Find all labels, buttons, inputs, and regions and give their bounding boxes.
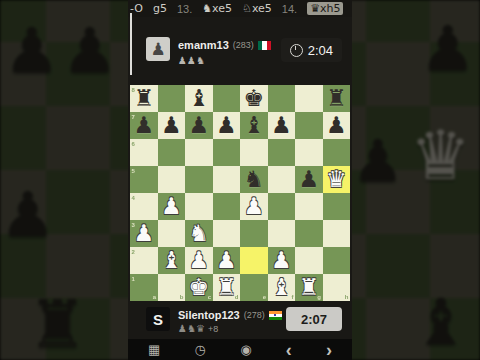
square-b4[interactable]: ♟ (158, 193, 186, 220)
square-c2[interactable]: ♟ (185, 247, 213, 274)
square-g6[interactable] (295, 139, 323, 166)
square-a2[interactable]: 2 (130, 247, 158, 274)
piece-white-rook-g1[interactable]: ♜ (298, 276, 319, 299)
square-f5[interactable] (268, 166, 296, 193)
rank-label: 8 (132, 87, 135, 93)
piece-white-bishop-f1[interactable]: ♝ (271, 276, 292, 299)
piece-white-pawn-c2[interactable]: ♟ (188, 249, 209, 272)
square-d5[interactable] (213, 166, 241, 193)
square-b1[interactable]: b (158, 274, 186, 301)
piece-black-pawn-f7[interactable]: ♟ (271, 114, 292, 137)
top-player-name[interactable]: emanm13 (178, 39, 229, 51)
square-a5[interactable]: 5 (130, 166, 158, 193)
bottom-player-clock: 2:07 (286, 307, 342, 331)
square-a6[interactable]: 6 (130, 139, 158, 166)
bottom-player-rating: (278) (244, 310, 265, 320)
file-label: h (345, 294, 349, 300)
square-h7[interactable]: ♟ (323, 112, 351, 139)
piece-white-queen-h5[interactable]: ♛ (326, 168, 347, 191)
rank-label: 7 (132, 114, 135, 120)
piece-white-pawn-f2[interactable]: ♟ (271, 249, 292, 272)
square-b5[interactable] (158, 166, 186, 193)
square-g1[interactable]: g♜ (295, 274, 323, 301)
square-g7[interactable] (295, 112, 323, 139)
piece-white-knight-c3[interactable]: ♞ (188, 222, 209, 245)
piece-white-king-c1[interactable]: ♚ (188, 276, 209, 299)
square-d8[interactable] (213, 85, 241, 112)
rank-label: 3 (132, 222, 135, 228)
square-c4[interactable] (185, 193, 213, 220)
square-a8[interactable]: 8♜ (130, 85, 158, 112)
square-a4[interactable]: 4 (130, 193, 158, 220)
bottom-player-name[interactable]: Silentop123 (178, 309, 240, 321)
material-advantage: +8 (208, 324, 218, 334)
top-player-bar: ♟ emanm13 (283) ♟♟♞ 2:04 (128, 28, 352, 78)
square-h5[interactable]: ♛ (323, 166, 351, 193)
chess-board: 8♜♝♚♜7♟♟♟♟♝♟♟65♞♟♛4♟♟3♟♞2♝♟♟♟1abc♚d♜ef♝g… (130, 85, 350, 301)
bottom-nav-bar: ▦◷◉‹› (128, 339, 352, 360)
square-e5[interactable]: ♞ (240, 166, 268, 193)
square-e7[interactable]: ♝ (240, 112, 268, 139)
file-label: b (180, 294, 184, 300)
clock-icon (290, 44, 303, 57)
square-a1[interactable]: 1a (130, 274, 158, 301)
square-b8[interactable] (158, 85, 186, 112)
move-list-bar: -Og513.♞xe5♘xe514.♛xh5 (128, 0, 352, 17)
square-d6[interactable] (213, 139, 241, 166)
square-a7[interactable]: 7♟ (130, 112, 158, 139)
mexico-flag-icon (258, 41, 271, 50)
file-label: e (263, 294, 266, 300)
top-player-clock: 2:04 (281, 38, 342, 62)
square-e1[interactable]: e (240, 274, 268, 301)
square-c1[interactable]: c♚ (185, 274, 213, 301)
piece-white-pawn-b4[interactable]: ♟ (161, 195, 182, 218)
top-player-avatar[interactable]: ♟ (146, 37, 170, 61)
piece-black-pawn-g5[interactable]: ♟ (298, 168, 319, 191)
square-g8[interactable] (295, 85, 323, 112)
square-f8[interactable] (268, 85, 296, 112)
square-e6[interactable] (240, 139, 268, 166)
square-d3[interactable] (213, 220, 241, 247)
board-grid-icon[interactable]: ▦ (148, 343, 160, 356)
square-a3[interactable]: 3♟ (130, 220, 158, 247)
piece-black-bishop-e7[interactable]: ♝ (243, 114, 264, 137)
square-h2[interactable] (323, 247, 351, 274)
square-c5[interactable] (185, 166, 213, 193)
piece-black-pawn-d7[interactable]: ♟ (216, 114, 237, 137)
square-b3[interactable] (158, 220, 186, 247)
square-g2[interactable] (295, 247, 323, 274)
square-c8[interactable]: ♝ (185, 85, 213, 112)
square-e2[interactable] (240, 247, 268, 274)
piece-black-pawn-b7[interactable]: ♟ (161, 114, 182, 137)
s-logo-icon: S (153, 311, 163, 328)
square-h4[interactable] (323, 193, 351, 220)
move-token[interactable]: ♘xe5 (242, 2, 272, 15)
piece-black-knight-e5[interactable]: ♞ (243, 168, 264, 191)
square-g5[interactable]: ♟ (295, 166, 323, 193)
rank-label: 4 (132, 195, 135, 201)
square-b6[interactable] (158, 139, 186, 166)
file-label: c (208, 294, 211, 300)
piece-white-pawn-d2[interactable]: ♟ (216, 249, 237, 272)
forward-icon[interactable]: › (326, 341, 332, 359)
square-h1[interactable]: h (323, 274, 351, 301)
piece-black-pawn-a7[interactable]: ♟ (133, 114, 154, 137)
move-number: 13. (177, 3, 192, 15)
square-c3[interactable]: ♞ (185, 220, 213, 247)
square-h3[interactable] (323, 220, 351, 247)
square-e3[interactable] (240, 220, 268, 247)
bottom-player-captured-pieces: ♟♞♛+8 (178, 324, 218, 334)
pawn-statue-icon: ♟ (150, 41, 165, 58)
rank-label: 5 (132, 168, 135, 174)
bottom-player-bar: S Silentop123 (278) ♟♞♛+8 2:07 (128, 302, 352, 338)
square-f7[interactable]: ♟ (268, 112, 296, 139)
bottom-player-time: 2:07 (301, 312, 327, 327)
file-label: a (153, 294, 156, 300)
piece-white-bishop-b2[interactable]: ♝ (161, 249, 182, 272)
piece-black-rook-h8[interactable]: ♜ (326, 87, 347, 110)
move-token[interactable]: ♞xe5 (202, 2, 232, 15)
square-f2[interactable]: ♟ (268, 247, 296, 274)
square-h8[interactable]: ♜ (323, 85, 351, 112)
top-player-time: 2:04 (308, 43, 333, 58)
top-player-rating: (283) (233, 40, 254, 50)
square-e8[interactable]: ♚ (240, 85, 268, 112)
square-d7[interactable]: ♟ (213, 112, 241, 139)
square-b2[interactable]: ♝ (158, 247, 186, 274)
piece-black-bishop-c8[interactable]: ♝ (188, 87, 209, 110)
piece-black-rook-a8[interactable]: ♜ (133, 87, 154, 110)
square-d4[interactable] (213, 193, 241, 220)
india-flag-icon (269, 311, 282, 320)
piece-white-pawn-a3[interactable]: ♟ (133, 222, 154, 245)
piece-white-rook-d1[interactable]: ♜ (216, 276, 237, 299)
clock-icon[interactable]: ◷ (195, 343, 206, 356)
bottom-player-avatar[interactable]: S (146, 307, 170, 331)
square-c6[interactable] (185, 139, 213, 166)
square-d2[interactable]: ♟ (213, 247, 241, 274)
square-g4[interactable] (295, 193, 323, 220)
piece-black-pawn-c7[interactable]: ♟ (188, 114, 209, 137)
square-f1[interactable]: f♝ (268, 274, 296, 301)
top-player-captured-pieces: ♟♟♞ (178, 56, 205, 66)
rank-label: 2 (132, 249, 135, 255)
screenshot-root: ♟♟♟♜♟♟♛♝ -Og513.♞xe5♘xe514.♛xh5 ♟ emanm1… (0, 0, 480, 360)
square-b7[interactable]: ♟ (158, 112, 186, 139)
square-f6[interactable] (268, 139, 296, 166)
rank-label: 1 (132, 276, 135, 282)
record-icon[interactable]: ◉ (240, 343, 251, 356)
rank-label: 6 (132, 141, 135, 147)
square-g3[interactable] (295, 220, 323, 247)
piece-black-pawn-h7[interactable]: ♟ (326, 114, 347, 137)
file-label: d (235, 294, 239, 300)
piece-white-pawn-e4[interactable]: ♟ (243, 195, 264, 218)
square-f3[interactable] (268, 220, 296, 247)
move-number: 14. (282, 3, 297, 15)
square-f4[interactable] (268, 193, 296, 220)
square-h6[interactable] (323, 139, 351, 166)
square-e4[interactable]: ♟ (240, 193, 268, 220)
file-label: g (317, 294, 321, 300)
back-icon[interactable]: ‹ (286, 341, 292, 359)
square-d1[interactable]: d♜ (213, 274, 241, 301)
square-c7[interactable]: ♟ (185, 112, 213, 139)
move-token[interactable]: ♛xh5 (307, 2, 343, 15)
file-label: f (292, 294, 294, 300)
move-token[interactable]: g5 (153, 2, 167, 15)
piece-black-king-e8[interactable]: ♚ (243, 87, 264, 110)
phone-screen: -Og513.♞xe5♘xe514.♛xh5 ♟ emanm13 (283) ♟… (128, 0, 352, 360)
